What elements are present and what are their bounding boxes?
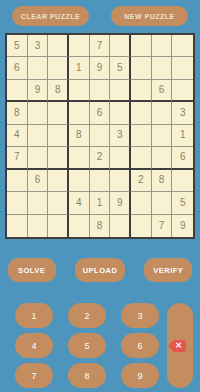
sudoku-cell-r8c7[interactable] [131,192,152,214]
sudoku-cell-r1c1[interactable]: 5 [7,35,28,57]
sudoku-cell-r6c2[interactable] [28,147,49,169]
sudoku-cell-r4c8[interactable] [152,102,173,124]
sudoku-cell-r7c2[interactable]: 6 [28,170,49,192]
sudoku-cell-r1c4[interactable] [69,35,90,57]
numpad-key-9[interactable]: 9 [121,363,159,388]
sudoku-cell-r4c6[interactable] [110,102,131,124]
sudoku-cell-r1c8[interactable] [152,35,173,57]
sudoku-cell-r1c9[interactable] [172,35,193,57]
verify-button[interactable]: VERIFY [144,258,192,282]
numpad-key-4[interactable]: 4 [15,333,53,358]
sudoku-cell-r9c1[interactable] [7,215,28,237]
sudoku-cell-r5c5[interactable] [90,125,111,147]
sudoku-cell-r4c7[interactable] [131,102,152,124]
sudoku-cell-r1c5[interactable]: 7 [90,35,111,57]
sudoku-cell-r7c7[interactable]: 2 [131,170,152,192]
sudoku-cell-r5c4[interactable]: 8 [69,125,90,147]
numpad-key-5[interactable]: 5 [68,333,106,358]
sudoku-cell-r2c2[interactable] [28,57,49,79]
sudoku-cell-r9c3[interactable] [48,215,69,237]
sudoku-cell-r5c9[interactable]: 1 [172,125,193,147]
sudoku-cell-r2c8[interactable] [152,57,173,79]
sudoku-cell-r8c3[interactable] [48,192,69,214]
sudoku-cell-r2c4[interactable]: 1 [69,57,90,79]
sudoku-cell-r9c5[interactable]: 8 [90,215,111,237]
sudoku-cell-r5c8[interactable] [152,125,173,147]
sudoku-cell-r3c6[interactable] [110,80,131,102]
sudoku-cell-r9c2[interactable] [28,215,49,237]
sudoku-cell-r7c6[interactable] [110,170,131,192]
sudoku-cell-r2c7[interactable] [131,57,152,79]
sudoku-cell-r8c4[interactable]: 4 [69,192,90,214]
sudoku-cell-r7c1[interactable] [7,170,28,192]
numpad: 123456789 ✕ [0,303,200,388]
sudoku-cell-r4c1[interactable]: 8 [7,102,28,124]
solve-button[interactable]: SOLVE [8,258,56,282]
sudoku-cell-r5c1[interactable]: 4 [7,125,28,147]
sudoku-cell-r6c9[interactable]: 6 [172,147,193,169]
sudoku-cell-r1c7[interactable] [131,35,152,57]
numpad-key-2[interactable]: 2 [68,303,106,328]
sudoku-cell-r1c6[interactable] [110,35,131,57]
sudoku-cell-r4c9[interactable]: 3 [172,102,193,124]
sudoku-cell-r3c3[interactable]: 8 [48,80,69,102]
sudoku-cell-r3c9[interactable] [172,80,193,102]
numpad-keys: 123456789 [15,303,159,388]
sudoku-cell-r8c5[interactable]: 1 [90,192,111,214]
sudoku-cell-r7c5[interactable] [90,170,111,192]
sudoku-cell-r7c3[interactable] [48,170,69,192]
backspace-icon-x: ✕ [175,342,182,350]
sudoku-cell-r2c3[interactable] [48,57,69,79]
sudoku-cell-r3c4[interactable] [69,80,90,102]
sudoku-cell-r8c8[interactable] [152,192,173,214]
backspace-icon-tail [168,342,172,350]
numpad-key-7[interactable]: 7 [15,363,53,388]
sudoku-cell-r6c1[interactable]: 7 [7,147,28,169]
upload-button[interactable]: UPLOAD [75,258,126,282]
sudoku-cell-r6c3[interactable] [48,147,69,169]
backspace-icon: ✕ [172,340,186,352]
sudoku-cell-r4c4[interactable] [69,102,90,124]
sudoku-cell-r5c2[interactable] [28,125,49,147]
sudoku-cell-r3c7[interactable] [131,80,152,102]
sudoku-cell-r6c6[interactable] [110,147,131,169]
new-puzzle-button[interactable]: NEW PUZZLE [111,6,188,26]
sudoku-grid: 537619598686348317266284195879 [5,33,195,239]
sudoku-cell-r9c7[interactable] [131,215,152,237]
sudoku-cell-r7c4[interactable] [69,170,90,192]
numpad-key-3[interactable]: 3 [121,303,159,328]
delete-button[interactable]: ✕ [167,303,193,388]
sudoku-cell-r9c8[interactable]: 7 [152,215,173,237]
action-bar: SOLVE UPLOAD VERIFY [0,258,200,282]
sudoku-cell-r3c2[interactable]: 9 [28,80,49,102]
sudoku-cell-r6c8[interactable] [152,147,173,169]
sudoku-cell-r8c1[interactable] [7,192,28,214]
sudoku-cell-r8c9[interactable]: 5 [172,192,193,214]
sudoku-cell-r9c6[interactable] [110,215,131,237]
numpad-key-6[interactable]: 6 [121,333,159,358]
sudoku-cell-r3c5[interactable] [90,80,111,102]
sudoku-cell-r1c3[interactable] [48,35,69,57]
sudoku-cell-r8c2[interactable] [28,192,49,214]
numpad-key-8[interactable]: 8 [68,363,106,388]
sudoku-cell-r7c9[interactable] [172,170,193,192]
sudoku-cell-r2c5[interactable]: 9 [90,57,111,79]
sudoku-cell-r9c9[interactable]: 9 [172,215,193,237]
sudoku-cell-r2c1[interactable]: 6 [7,57,28,79]
sudoku-cell-r2c9[interactable] [172,57,193,79]
numpad-key-1[interactable]: 1 [15,303,53,328]
sudoku-cell-r5c7[interactable] [131,125,152,147]
sudoku-cell-r9c4[interactable] [69,215,90,237]
sudoku-cell-r8c6[interactable]: 9 [110,192,131,214]
header: CLEAR PUZZLE NEW PUZZLE [0,0,200,26]
sudoku-cell-r4c3[interactable] [48,102,69,124]
sudoku-cell-r6c4[interactable] [69,147,90,169]
sudoku-cell-r4c5[interactable]: 6 [90,102,111,124]
clear-puzzle-button[interactable]: CLEAR PUZZLE [12,6,89,26]
sudoku-cell-r2c6[interactable]: 5 [110,57,131,79]
sudoku-cell-r4c2[interactable] [28,102,49,124]
sudoku-cell-r5c3[interactable] [48,125,69,147]
sudoku-cell-r3c8[interactable]: 6 [152,80,173,102]
sudoku-cell-r3c1[interactable] [7,80,28,102]
sudoku-cell-r1c2[interactable]: 3 [28,35,49,57]
sudoku-cell-r7c8[interactable]: 8 [152,170,173,192]
sudoku-cell-r6c5[interactable]: 2 [90,147,111,169]
sudoku-cell-r6c7[interactable] [131,147,152,169]
sudoku-cell-r5c6[interactable]: 3 [110,125,131,147]
